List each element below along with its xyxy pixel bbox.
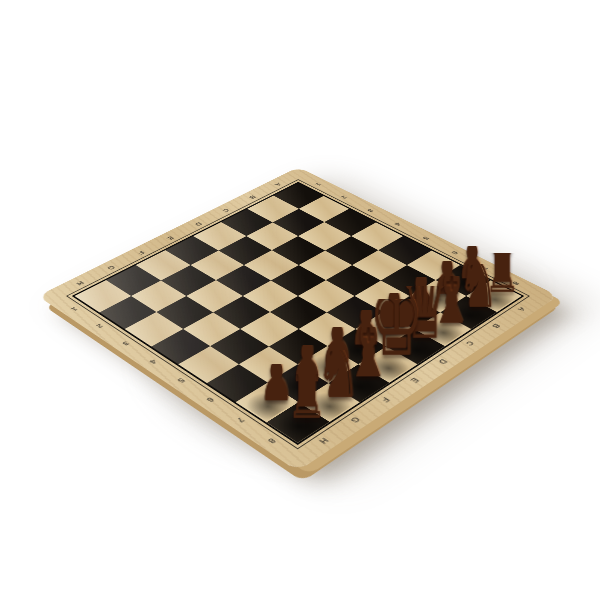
square-f4 xyxy=(213,296,270,329)
perspective-wrapper: ♟♟♟♟♟♟♟♟♜♞♝♚♛♝♞♜ HHGGFFEEDDCCBBAA1122334… xyxy=(0,0,600,600)
checkerboard-grid: ♟♟♟♟♟♟♟♟♜♞♝♚♛♝♞♜ xyxy=(72,182,525,445)
piece-black-rook-h8: ♜ xyxy=(271,374,344,428)
chess-board: ♟♟♟♟♟♟♟♟♜♞♝♚♛♝♞♜ HHGGFFEEDDCCBBAA1122334… xyxy=(38,167,558,471)
black-rook-glyph: ♜ xyxy=(286,349,328,431)
product-photo-scene: ♟♟♟♟♟♟♟♟♜♞♝♚♛♝♞♜ HHGGFFEEDDCCBBAA1122334… xyxy=(0,0,600,600)
